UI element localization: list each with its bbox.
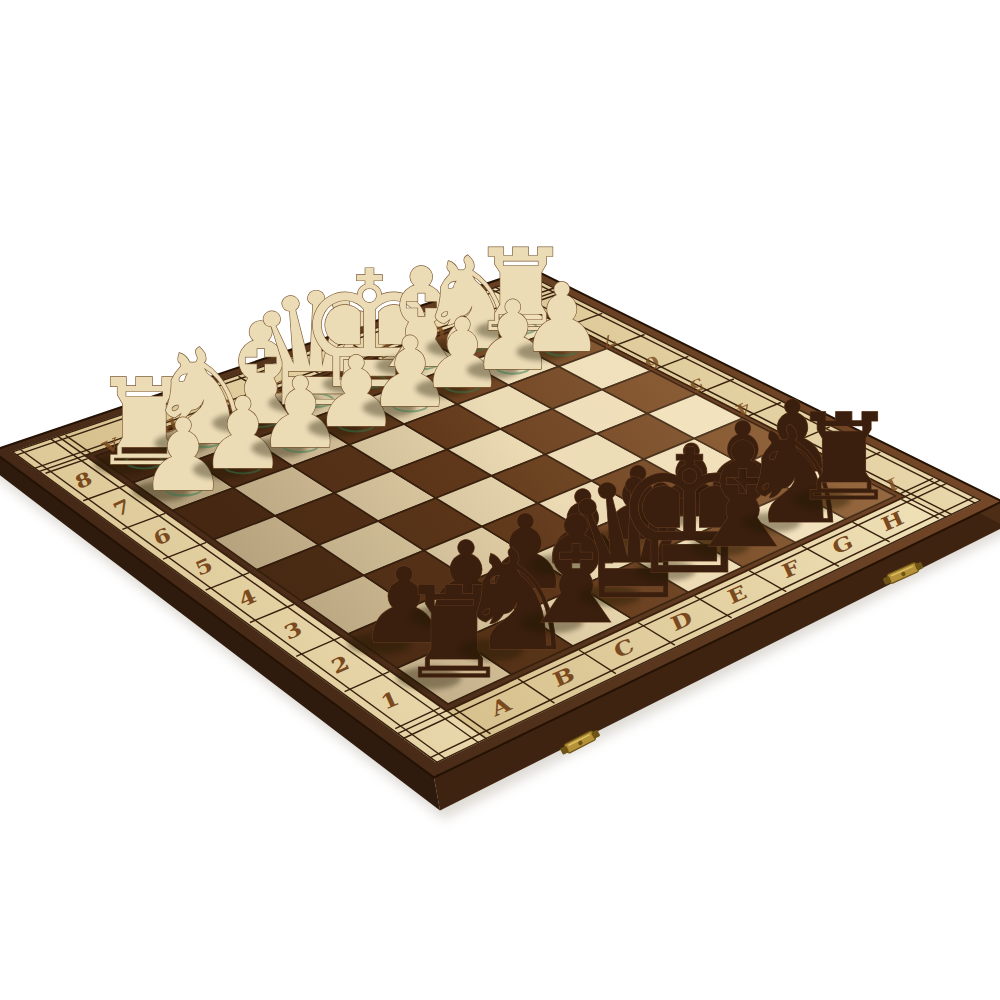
piece-white-pawn-h7[interactable]: ♟ [519,263,604,373]
board-photo-svg: AABBCCDDEEFFGGHH1122334455667788♜♞♝♛♚♝♞♜… [0,0,1000,1000]
chessboard: AABBCCDDEEFFGGHH1122334455667788♜♞♝♛♚♝♞♜… [0,0,1000,1000]
product-photo-chess-set: AABBCCDDEEFFGGHH1122334455667788♜♞♝♛♚♝♞♜… [0,0,1000,1000]
piece-black-rook-h1[interactable]: ♜ [790,388,898,527]
